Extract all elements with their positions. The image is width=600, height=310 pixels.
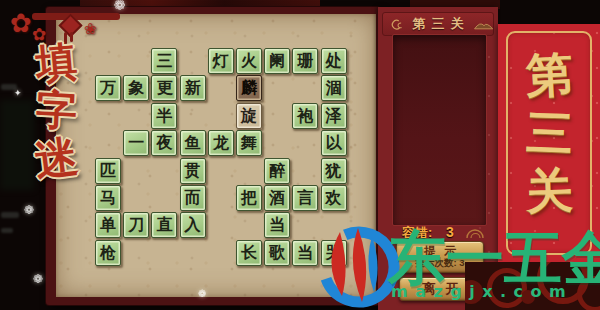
butterfly-sparkle: ❁ [114,0,126,13]
empty-cell [236,158,260,182]
butterfly-sparkle: ❁ [33,272,43,286]
tile-r4c2[interactable]: 一 [123,130,149,156]
empty-cell [151,185,175,209]
empty-cell [95,103,119,127]
tile-r3c6[interactable]: 旋 [236,103,262,129]
banner-char: 第 [524,49,574,102]
tile-r6c9[interactable]: 欢 [321,185,347,211]
tile-r5c9[interactable]: 犹 [321,158,347,184]
tile-r2c2[interactable]: 象 [123,75,149,101]
puzzle-grid: 三灯火阑珊处万象更新麟涸半旋袍泽一夜鱼龙舞以匹贯醉犹马而把酒言欢单刀直入当枪长歌… [95,48,345,264]
tile-r7c7[interactable]: 当 [264,212,290,238]
tile-r2c4[interactable]: 新 [180,75,206,101]
tile-r4c4[interactable]: 鱼 [180,130,206,156]
butterfly-sparkle: ❁ [198,288,206,299]
flower-icon: ❀ [84,20,97,38]
empty-cell [264,130,288,154]
background-text-blur [1,228,13,233]
tile-r4c5[interactable]: 龙 [208,130,234,156]
empty-cell [236,212,260,236]
empty-cell [208,185,232,209]
tile-r3c3[interactable]: 半 [151,103,177,129]
tile-r6c1[interactable]: 马 [95,185,121,211]
tile-r5c1[interactable]: 匹 [95,158,121,184]
butterfly-sparkle: ❁ [24,203,34,217]
tile-r1c6[interactable]: 火 [236,48,262,74]
tile-r8c1[interactable]: 枪 [95,240,121,266]
tile-r3c8[interactable]: 袍 [292,103,318,129]
tile-r6c8[interactable]: 言 [292,185,318,211]
mountain-icon [473,18,494,31]
tile-r1c5[interactable]: 灯 [208,48,234,74]
game-title-char: 填 [34,40,79,86]
tile-r1c8[interactable]: 珊 [292,48,318,74]
tile-r2c3[interactable]: 更 [151,75,177,101]
banner-char: 关 [525,165,574,217]
empty-cell [180,48,204,72]
tile-r5c7[interactable]: 醉 [264,158,290,184]
tile-r2c6[interactable]: 麟 [236,75,262,101]
tile-r7c4[interactable]: 入 [180,212,206,238]
game-screen: 三灯火阑珊处万象更新麟涸半旋袍泽一夜鱼龙舞以匹贯醉犹马而把酒言欢单刀直入当枪长歌… [0,0,600,310]
tile-r2c1[interactable]: 万 [95,75,121,101]
flower-icon: ✿ [10,8,32,39]
tile-r5c4[interactable]: 贯 [180,158,206,184]
tile-r2c9[interactable]: 涸 [321,75,347,101]
background-text-blur [1,212,19,218]
empty-cell [151,240,175,264]
tile-r8c6[interactable]: 长 [236,240,262,266]
tile-r1c9[interactable]: 处 [321,48,347,74]
empty-cell [292,130,316,154]
watermark-url: mazgjx.com [391,282,573,301]
empty-cell [180,240,204,264]
tile-r7c1[interactable]: 单 [95,212,121,238]
sparkle: ✦ [14,88,22,98]
tile-r3c9[interactable]: 泽 [321,103,347,129]
empty-cell [123,185,147,209]
empty-cell [292,75,316,99]
empty-cell [208,103,232,127]
tile-r7c3[interactable]: 直 [151,212,177,238]
tile-r4c9[interactable]: 以 [321,130,347,156]
empty-cell [208,240,232,264]
level-header-text: 第三关 [407,15,470,33]
empty-cell [208,158,232,182]
game-title: 填 字 迷 [22,42,90,181]
level-header: 第三关 [382,12,494,36]
tile-r7c2[interactable]: 刀 [123,212,149,238]
tile-r6c7[interactable]: 酒 [264,185,290,211]
empty-cell [123,103,147,127]
empty-cell [95,130,119,154]
empty-cell [208,75,232,99]
tile-r1c7[interactable]: 阑 [264,48,290,74]
tile-r8c7[interactable]: 歌 [264,240,290,266]
tile-r4c6[interactable]: 舞 [236,130,262,156]
empty-cell [264,75,288,99]
empty-cell [264,103,288,127]
cloud-scroll-icon [383,17,404,31]
empty-cell [180,103,204,127]
empty-cell [151,158,175,182]
empty-cell [292,158,316,182]
empty-cell [123,240,147,264]
tile-r6c6[interactable]: 把 [236,185,262,211]
game-title-char: 迷 [32,134,80,184]
game-title-char: 字 [34,88,77,133]
tile-tray [392,34,487,226]
banner-char: 三 [525,107,574,159]
empty-cell [123,158,147,182]
tile-r6c4[interactable]: 而 [180,185,206,211]
empty-cell [123,48,147,72]
empty-cell [208,212,232,236]
tile-r4c3[interactable]: 夜 [151,130,177,156]
tile-r1c3[interactable]: 三 [151,48,177,74]
